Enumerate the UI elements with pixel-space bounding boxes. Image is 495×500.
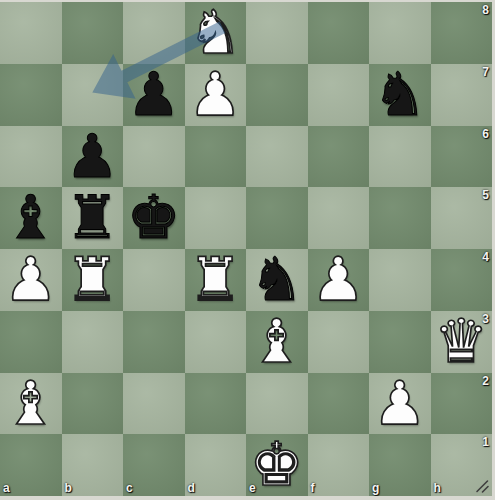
square-c2[interactable] [123,373,185,435]
square-f1[interactable]: f [308,434,370,496]
square-c7[interactable]: ♟ [123,64,185,126]
square-f3[interactable] [308,311,370,373]
square-e6[interactable] [246,126,308,188]
white-bishop-e3[interactable]: ♝ [246,311,308,373]
white-bishop-a2[interactable]: ♝ [0,373,62,435]
square-d3[interactable] [185,311,247,373]
square-e3[interactable]: ♝ [246,311,308,373]
black-knight-e4[interactable]: ♞ [246,249,308,311]
black-knight-g7[interactable]: ♞ [369,64,431,126]
rank-label-5: 5 [482,188,489,202]
square-e2[interactable] [246,373,308,435]
square-g6[interactable] [369,126,431,188]
chess-board: ♞8♟♟♞7♟6♝♜♚5♟♜♜♞♟4♝♛3♝♟2abcd♚efgh1 [0,2,492,496]
white-queen-h3[interactable]: ♛ [431,311,493,373]
black-pawn-b6[interactable]: ♟ [62,126,124,188]
file-label-a: a [3,481,10,495]
square-e5[interactable] [246,187,308,249]
file-label-c: c [126,481,133,495]
square-f6[interactable] [308,126,370,188]
square-d6[interactable] [185,126,247,188]
square-f4[interactable]: ♟ [308,249,370,311]
file-label-h: h [434,481,441,495]
square-d2[interactable] [185,373,247,435]
rank-label-7: 7 [482,65,489,79]
square-a4[interactable]: ♟ [0,249,62,311]
square-a2[interactable]: ♝ [0,373,62,435]
square-g7[interactable]: ♞ [369,64,431,126]
square-g1[interactable]: g [369,434,431,496]
square-c1[interactable]: c [123,434,185,496]
square-h5[interactable]: 5 [431,187,493,249]
black-king-c5[interactable]: ♚ [123,187,185,249]
white-knight-d8[interactable]: ♞ [185,2,247,64]
square-h8[interactable]: 8 [431,2,493,64]
square-f5[interactable] [308,187,370,249]
square-b8[interactable] [62,2,124,64]
rank-label-1: 1 [482,435,489,449]
square-c8[interactable] [123,2,185,64]
square-g8[interactable] [369,2,431,64]
square-a5[interactable]: ♝ [0,187,62,249]
bottom-frame-strip [0,496,495,500]
white-pawn-d7[interactable]: ♟ [185,64,247,126]
white-pawn-a4[interactable]: ♟ [0,249,62,311]
white-rook-d4[interactable]: ♜ [185,249,247,311]
square-e8[interactable] [246,2,308,64]
square-b3[interactable] [62,311,124,373]
file-label-d: d [188,481,195,495]
square-g2[interactable]: ♟ [369,373,431,435]
square-h4[interactable]: 4 [431,249,493,311]
square-d5[interactable] [185,187,247,249]
square-a3[interactable] [0,311,62,373]
square-g5[interactable] [369,187,431,249]
square-b2[interactable] [62,373,124,435]
file-label-b: b [65,481,72,495]
black-rook-b5[interactable]: ♜ [62,187,124,249]
white-rook-b4[interactable]: ♜ [62,249,124,311]
white-pawn-g2[interactable]: ♟ [369,373,431,435]
square-c6[interactable] [123,126,185,188]
resize-grip-icon[interactable] [475,479,490,494]
white-king-e1[interactable]: ♚ [246,434,308,496]
square-e1[interactable]: ♚e [246,434,308,496]
square-b4[interactable]: ♜ [62,249,124,311]
square-d8[interactable]: ♞ [185,2,247,64]
file-label-g: g [372,481,379,495]
square-c3[interactable] [123,311,185,373]
square-f7[interactable] [308,64,370,126]
square-b7[interactable] [62,64,124,126]
square-a6[interactable] [0,126,62,188]
white-pawn-f4[interactable]: ♟ [308,249,370,311]
square-a8[interactable] [0,2,62,64]
rank-label-8: 8 [482,3,489,17]
rank-label-4: 4 [482,250,489,264]
rank-label-6: 6 [482,127,489,141]
file-label-f: f [311,481,315,495]
chess-board-page: ♞8♟♟♞7♟6♝♜♚5♟♜♜♞♟4♝♛3♝♟2abcd♚efgh1 [0,0,495,500]
square-d7[interactable]: ♟ [185,64,247,126]
square-h2[interactable]: 2 [431,373,493,435]
square-c5[interactable]: ♚ [123,187,185,249]
square-a1[interactable]: a [0,434,62,496]
square-g4[interactable] [369,249,431,311]
square-b6[interactable]: ♟ [62,126,124,188]
square-d1[interactable]: d [185,434,247,496]
square-f8[interactable] [308,2,370,64]
square-b1[interactable]: b [62,434,124,496]
square-e7[interactable] [246,64,308,126]
square-g3[interactable] [369,311,431,373]
square-e4[interactable]: ♞ [246,249,308,311]
black-bishop-a5[interactable]: ♝ [0,187,62,249]
square-b5[interactable]: ♜ [62,187,124,249]
square-a7[interactable] [0,64,62,126]
square-c4[interactable] [123,249,185,311]
square-h7[interactable]: 7 [431,64,493,126]
black-pawn-c7[interactable]: ♟ [123,64,185,126]
square-d4[interactable]: ♜ [185,249,247,311]
square-f2[interactable] [308,373,370,435]
square-h6[interactable]: 6 [431,126,493,188]
square-h3[interactable]: ♛3 [431,311,493,373]
